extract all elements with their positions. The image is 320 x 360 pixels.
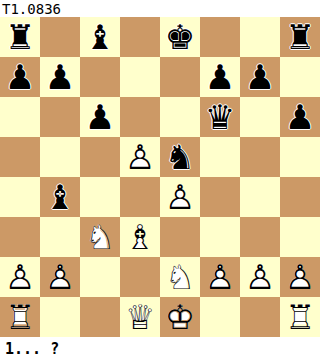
square-h5[interactable] (280, 137, 320, 177)
piece-white-pawn[interactable]: ♟ (165, 180, 195, 214)
square-e4[interactable]: ♟ (160, 177, 200, 217)
square-e2[interactable]: ♞ (160, 257, 200, 297)
piece-black-pawn[interactable]: ♟ (205, 60, 235, 94)
chess-board: ♜♝♚♜♟♟♟♟♟♛♟♟♞♝♟♞♝♟♟♞♟♟♟♜♛♚♜ (0, 17, 320, 337)
piece-white-knight[interactable]: ♞ (85, 220, 115, 254)
square-f3[interactable] (200, 217, 240, 257)
piece-black-knight[interactable]: ♞ (165, 140, 195, 174)
square-d1[interactable]: ♛ (120, 297, 160, 337)
piece-black-bishop[interactable]: ♝ (85, 20, 115, 54)
square-b7[interactable]: ♟ (40, 57, 80, 97)
square-h4[interactable] (280, 177, 320, 217)
piece-white-pawn[interactable]: ♟ (125, 140, 155, 174)
square-f8[interactable] (200, 17, 240, 57)
square-h2[interactable]: ♟ (280, 257, 320, 297)
piece-black-king[interactable]: ♚ (165, 20, 195, 54)
square-f2[interactable]: ♟ (200, 257, 240, 297)
piece-white-bishop[interactable]: ♝ (125, 220, 155, 254)
piece-white-rook[interactable]: ♜ (285, 300, 315, 334)
square-g8[interactable] (240, 17, 280, 57)
square-e3[interactable] (160, 217, 200, 257)
square-a6[interactable] (0, 97, 40, 137)
piece-white-pawn[interactable]: ♟ (245, 260, 275, 294)
square-e8[interactable]: ♚ (160, 17, 200, 57)
square-g4[interactable] (240, 177, 280, 217)
square-g7[interactable]: ♟ (240, 57, 280, 97)
piece-white-pawn[interactable]: ♟ (285, 260, 315, 294)
square-a3[interactable] (0, 217, 40, 257)
square-a8[interactable]: ♜ (0, 17, 40, 57)
square-d7[interactable] (120, 57, 160, 97)
move-prompt: 1... ? (0, 337, 320, 360)
square-a2[interactable]: ♟ (0, 257, 40, 297)
piece-black-pawn[interactable]: ♟ (285, 100, 315, 134)
square-b4[interactable]: ♝ (40, 177, 80, 217)
square-d3[interactable]: ♝ (120, 217, 160, 257)
square-f1[interactable] (200, 297, 240, 337)
square-g6[interactable] (240, 97, 280, 137)
diagram-title: T1.0836 (0, 0, 320, 17)
square-c3[interactable]: ♞ (80, 217, 120, 257)
square-g2[interactable]: ♟ (240, 257, 280, 297)
square-b8[interactable] (40, 17, 80, 57)
square-e6[interactable] (160, 97, 200, 137)
square-b2[interactable]: ♟ (40, 257, 80, 297)
square-c7[interactable] (80, 57, 120, 97)
piece-white-pawn[interactable]: ♟ (5, 260, 35, 294)
piece-white-queen[interactable]: ♛ (125, 300, 155, 334)
square-h3[interactable] (280, 217, 320, 257)
square-a5[interactable] (0, 137, 40, 177)
piece-black-pawn[interactable]: ♟ (5, 60, 35, 94)
square-b1[interactable] (40, 297, 80, 337)
square-b5[interactable] (40, 137, 80, 177)
square-e5[interactable]: ♞ (160, 137, 200, 177)
square-h7[interactable] (280, 57, 320, 97)
square-c2[interactable] (80, 257, 120, 297)
square-a1[interactable]: ♜ (0, 297, 40, 337)
square-f4[interactable] (200, 177, 240, 217)
piece-white-knight[interactable]: ♞ (165, 260, 195, 294)
piece-white-rook[interactable]: ♜ (5, 300, 35, 334)
square-h1[interactable]: ♜ (280, 297, 320, 337)
square-b6[interactable] (40, 97, 80, 137)
square-e1[interactable]: ♚ (160, 297, 200, 337)
square-h6[interactable]: ♟ (280, 97, 320, 137)
square-f6[interactable]: ♛ (200, 97, 240, 137)
square-d4[interactable] (120, 177, 160, 217)
square-d5[interactable]: ♟ (120, 137, 160, 177)
square-g1[interactable] (240, 297, 280, 337)
square-g5[interactable] (240, 137, 280, 177)
square-f5[interactable] (200, 137, 240, 177)
square-h8[interactable]: ♜ (280, 17, 320, 57)
piece-white-pawn[interactable]: ♟ (205, 260, 235, 294)
square-a7[interactable]: ♟ (0, 57, 40, 97)
square-c8[interactable]: ♝ (80, 17, 120, 57)
piece-black-bishop[interactable]: ♝ (45, 180, 75, 214)
piece-black-queen[interactable]: ♛ (205, 100, 235, 134)
square-a4[interactable] (0, 177, 40, 217)
piece-black-pawn[interactable]: ♟ (45, 60, 75, 94)
square-d6[interactable] (120, 97, 160, 137)
piece-black-pawn[interactable]: ♟ (245, 60, 275, 94)
piece-black-pawn[interactable]: ♟ (85, 100, 115, 134)
piece-black-rook[interactable]: ♜ (5, 20, 35, 54)
piece-white-pawn[interactable]: ♟ (45, 260, 75, 294)
square-g3[interactable] (240, 217, 280, 257)
square-e7[interactable] (160, 57, 200, 97)
square-c4[interactable] (80, 177, 120, 217)
square-c6[interactable]: ♟ (80, 97, 120, 137)
square-c5[interactable] (80, 137, 120, 177)
square-c1[interactable] (80, 297, 120, 337)
square-b3[interactable] (40, 217, 80, 257)
piece-black-rook[interactable]: ♜ (285, 20, 315, 54)
square-d8[interactable] (120, 17, 160, 57)
square-f7[interactable]: ♟ (200, 57, 240, 97)
piece-white-king[interactable]: ♚ (165, 300, 195, 334)
square-d2[interactable] (120, 257, 160, 297)
